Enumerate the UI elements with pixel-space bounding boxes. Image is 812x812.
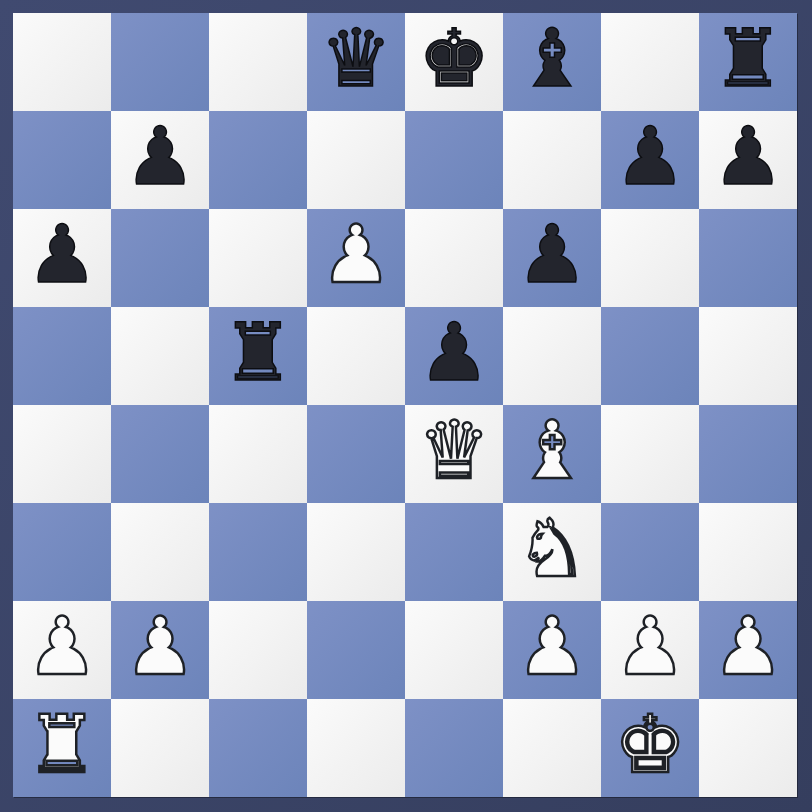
square-f6[interactable]: ♟ — [503, 209, 601, 307]
square-a2[interactable]: ♟ — [13, 601, 111, 699]
black-king[interactable]: ♚ — [418, 13, 490, 108]
square-f5[interactable] — [503, 307, 601, 405]
square-d8[interactable]: ♛ — [307, 13, 405, 111]
black-queen[interactable]: ♛ — [320, 13, 392, 108]
square-h5[interactable] — [699, 307, 797, 405]
white-pawn[interactable]: ♟ — [320, 209, 392, 304]
white-pawn[interactable]: ♟ — [516, 601, 588, 696]
black-rook[interactable]: ♜ — [712, 13, 784, 108]
black-pawn[interactable]: ♟ — [516, 209, 588, 304]
square-d4[interactable] — [307, 405, 405, 503]
square-c7[interactable] — [209, 111, 307, 209]
square-h3[interactable] — [699, 503, 797, 601]
square-h4[interactable] — [699, 405, 797, 503]
square-a4[interactable] — [13, 405, 111, 503]
black-pawn[interactable]: ♟ — [26, 209, 98, 304]
square-e3[interactable] — [405, 503, 503, 601]
square-h8[interactable]: ♜ — [699, 13, 797, 111]
square-c2[interactable] — [209, 601, 307, 699]
white-knight[interactable]: ♞ — [516, 503, 588, 598]
square-b6[interactable] — [111, 209, 209, 307]
square-c8[interactable] — [209, 13, 307, 111]
square-a8[interactable] — [13, 13, 111, 111]
white-bishop[interactable]: ♝ — [516, 405, 588, 500]
square-a5[interactable] — [13, 307, 111, 405]
black-pawn[interactable]: ♟ — [124, 111, 196, 206]
white-king[interactable]: ♚ — [614, 699, 686, 794]
board-frame: ♛♚♝♜♟♟♟♟♟♟♜♟♛♝♞♟♟♟♟♟♜♚ — [0, 0, 812, 812]
square-d3[interactable] — [307, 503, 405, 601]
square-b2[interactable]: ♟ — [111, 601, 209, 699]
black-bishop[interactable]: ♝ — [516, 13, 588, 108]
black-pawn[interactable]: ♟ — [712, 111, 784, 206]
black-pawn[interactable]: ♟ — [614, 111, 686, 206]
square-g4[interactable] — [601, 405, 699, 503]
square-f8[interactable]: ♝ — [503, 13, 601, 111]
square-c6[interactable] — [209, 209, 307, 307]
square-b5[interactable] — [111, 307, 209, 405]
square-e2[interactable] — [405, 601, 503, 699]
square-g8[interactable] — [601, 13, 699, 111]
square-h1[interactable] — [699, 699, 797, 797]
square-f1[interactable] — [503, 699, 601, 797]
square-d5[interactable] — [307, 307, 405, 405]
square-c3[interactable] — [209, 503, 307, 601]
square-a6[interactable]: ♟ — [13, 209, 111, 307]
square-d1[interactable] — [307, 699, 405, 797]
square-a7[interactable] — [13, 111, 111, 209]
white-pawn[interactable]: ♟ — [712, 601, 784, 696]
square-f7[interactable] — [503, 111, 601, 209]
square-a1[interactable]: ♜ — [13, 699, 111, 797]
white-pawn[interactable]: ♟ — [614, 601, 686, 696]
square-f3[interactable]: ♞ — [503, 503, 601, 601]
square-b1[interactable] — [111, 699, 209, 797]
square-d7[interactable] — [307, 111, 405, 209]
black-rook[interactable]: ♜ — [222, 307, 294, 402]
square-g7[interactable]: ♟ — [601, 111, 699, 209]
square-f2[interactable]: ♟ — [503, 601, 601, 699]
square-c1[interactable] — [209, 699, 307, 797]
square-g6[interactable] — [601, 209, 699, 307]
square-e1[interactable] — [405, 699, 503, 797]
square-b4[interactable] — [111, 405, 209, 503]
square-e5[interactable]: ♟ — [405, 307, 503, 405]
white-pawn[interactable]: ♟ — [26, 601, 98, 696]
square-c4[interactable] — [209, 405, 307, 503]
square-e8[interactable]: ♚ — [405, 13, 503, 111]
white-queen[interactable]: ♛ — [418, 405, 490, 500]
square-b7[interactable]: ♟ — [111, 111, 209, 209]
square-g5[interactable] — [601, 307, 699, 405]
square-f4[interactable]: ♝ — [503, 405, 601, 503]
black-pawn[interactable]: ♟ — [418, 307, 490, 402]
square-e7[interactable] — [405, 111, 503, 209]
square-b8[interactable] — [111, 13, 209, 111]
square-h7[interactable]: ♟ — [699, 111, 797, 209]
square-a3[interactable] — [13, 503, 111, 601]
square-g3[interactable] — [601, 503, 699, 601]
square-d6[interactable]: ♟ — [307, 209, 405, 307]
square-d2[interactable] — [307, 601, 405, 699]
white-rook[interactable]: ♜ — [26, 699, 98, 794]
square-h2[interactable]: ♟ — [699, 601, 797, 699]
white-pawn[interactable]: ♟ — [124, 601, 196, 696]
square-b3[interactable] — [111, 503, 209, 601]
chess-board: ♛♚♝♜♟♟♟♟♟♟♜♟♛♝♞♟♟♟♟♟♜♚ — [13, 13, 797, 797]
square-g2[interactable]: ♟ — [601, 601, 699, 699]
square-g1[interactable]: ♚ — [601, 699, 699, 797]
square-h6[interactable] — [699, 209, 797, 307]
square-c5[interactable]: ♜ — [209, 307, 307, 405]
square-e6[interactable] — [405, 209, 503, 307]
square-e4[interactable]: ♛ — [405, 405, 503, 503]
